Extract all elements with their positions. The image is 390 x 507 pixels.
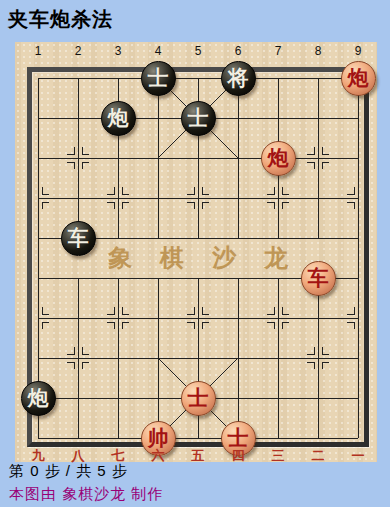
file-label-bottom: 六 bbox=[138, 447, 178, 465]
piece-red-cannon: 炮 bbox=[341, 61, 376, 96]
piece-black-advisor: 士 bbox=[181, 101, 216, 136]
piece-red-advisor: 士 bbox=[181, 381, 216, 416]
page-title: 夹车炮杀法 bbox=[8, 6, 113, 33]
file-label-bottom: 五 bbox=[178, 447, 218, 465]
piece-red-cannon: 炮 bbox=[261, 141, 296, 176]
file-label-bottom: 二 bbox=[298, 447, 338, 465]
file-label-top: 6 bbox=[218, 44, 258, 58]
file-label-top: 1 bbox=[18, 44, 58, 58]
piece-black-general: 将 bbox=[221, 61, 256, 96]
file-label-top: 3 bbox=[98, 44, 138, 58]
move-counter: 第 0 步 / 共 5 步 bbox=[9, 462, 128, 481]
piece-black-chariot: 车 bbox=[61, 221, 96, 256]
file-label-top: 8 bbox=[298, 44, 338, 58]
file-label-top: 7 bbox=[258, 44, 298, 58]
file-label-bottom: 四 bbox=[218, 447, 258, 465]
pieces-grid: 士将炮炮士炮车车炮士帅士 bbox=[18, 58, 378, 458]
credit-line: 本图由 象棋沙龙 制作 bbox=[9, 485, 163, 504]
file-label-bottom: 一 bbox=[338, 447, 378, 465]
file-label-top: 2 bbox=[58, 44, 98, 58]
piece-red-chariot: 车 bbox=[301, 261, 336, 296]
file-label-top: 9 bbox=[338, 44, 378, 58]
piece-black-cannon: 炮 bbox=[101, 101, 136, 136]
file-label-bottom: 三 bbox=[258, 447, 298, 465]
page: 夹车炮杀法 123456789 象棋沙龙 士将炮炮士炮车车炮士帅士 九八七六五四… bbox=[0, 0, 390, 507]
file-label-top: 4 bbox=[138, 44, 178, 58]
xiangqi-board-panel: 123456789 象棋沙龙 士将炮炮士炮车车炮士帅士 九八七六五四三二一 bbox=[15, 42, 377, 462]
file-labels-top: 123456789 bbox=[18, 44, 378, 58]
piece-black-cannon: 炮 bbox=[21, 381, 56, 416]
piece-black-advisor: 士 bbox=[141, 61, 176, 96]
file-label-top: 5 bbox=[178, 44, 218, 58]
